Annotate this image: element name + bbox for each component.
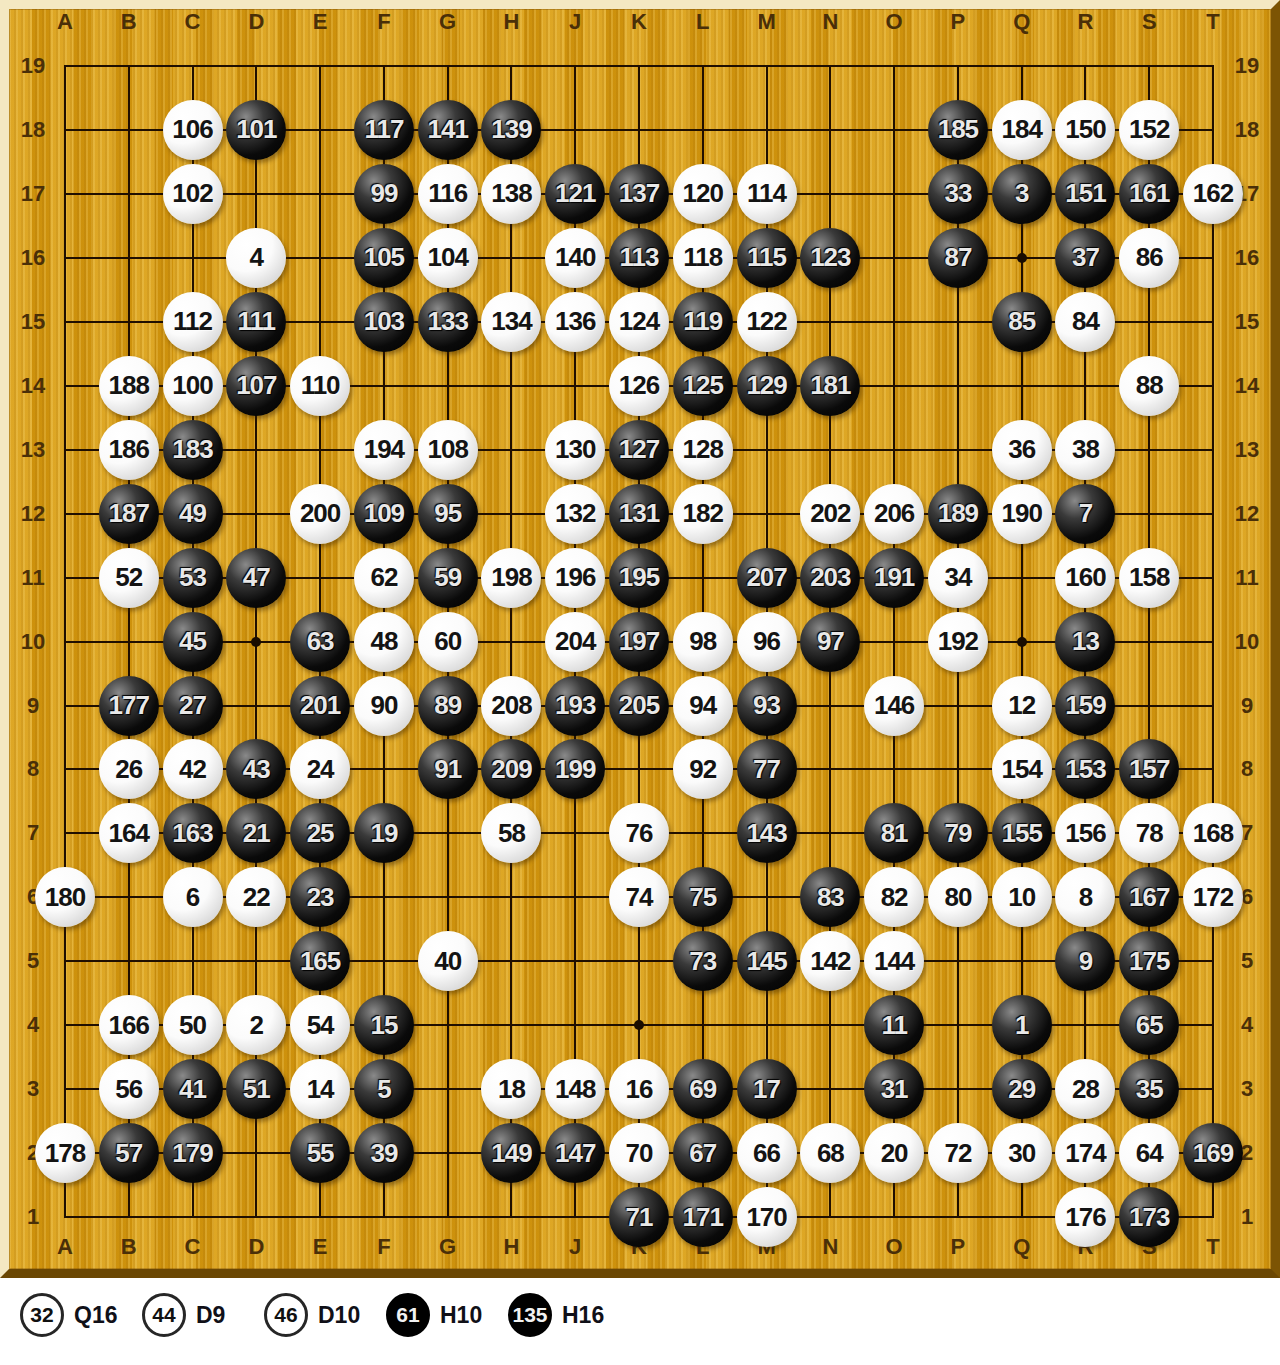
stone-J13-move-130[interactable]: 130 (545, 420, 605, 480)
stone-C11-move-53[interactable]: 53 (163, 548, 223, 608)
stone-B2-move-57[interactable]: 57 (99, 1123, 159, 1183)
stone-L16-move-118[interactable]: 118 (673, 228, 733, 288)
stone-J17-move-121[interactable]: 121 (545, 164, 605, 224)
col-label-top-F: F (377, 9, 390, 35)
stone-H3-move-18[interactable]: 18 (481, 1059, 541, 1119)
stone-N12-move-202[interactable]: 202 (800, 484, 860, 544)
stone-J2-move-147[interactable]: 147 (545, 1123, 605, 1183)
stone-K7-move-76[interactable]: 76 (609, 803, 669, 863)
stone-Q18-move-184[interactable]: 184 (992, 100, 1052, 160)
row-label-right-18: 18 (1235, 117, 1259, 143)
col-label-top-P: P (951, 9, 966, 35)
legend-point-D10: D10 (318, 1302, 360, 1329)
stone-D3-move-51[interactable]: 51 (226, 1059, 286, 1119)
stone-B11-move-52[interactable]: 52 (99, 548, 159, 608)
stone-L6-move-75[interactable]: 75 (673, 867, 733, 927)
stone-M10-move-96[interactable]: 96 (737, 612, 797, 672)
stone-J12-move-132[interactable]: 132 (545, 484, 605, 544)
stone-J9-move-193[interactable]: 193 (545, 676, 605, 736)
stone-O5-move-144[interactable]: 144 (864, 931, 924, 991)
stone-G18-move-141[interactable]: 141 (418, 100, 478, 160)
row-label-right-11: 11 (1235, 565, 1258, 591)
stone-O3-move-31[interactable]: 31 (864, 1059, 924, 1119)
legend-point-H10: H10 (440, 1302, 482, 1329)
col-label-bottom-G: G (439, 1234, 456, 1260)
stone-H7-move-58[interactable]: 58 (481, 803, 541, 863)
stone-H11-move-198[interactable]: 198 (481, 548, 541, 608)
col-label-bottom-E: E (313, 1234, 328, 1260)
stone-E4-move-54[interactable]: 54 (290, 995, 350, 1055)
stone-L1-move-171[interactable]: 171 (673, 1187, 733, 1247)
stone-K6-move-74[interactable]: 74 (609, 867, 669, 927)
stone-P16-move-87[interactable]: 87 (928, 228, 988, 288)
stone-D7-move-21[interactable]: 21 (226, 803, 286, 863)
stone-S5-move-175[interactable]: 175 (1119, 931, 1179, 991)
stone-P7-move-79[interactable]: 79 (928, 803, 988, 863)
stone-F15-move-103[interactable]: 103 (354, 292, 414, 352)
stone-B13-move-186[interactable]: 186 (99, 420, 159, 480)
stone-L3-move-69[interactable]: 69 (673, 1059, 733, 1119)
stone-O12-move-206[interactable]: 206 (864, 484, 924, 544)
stone-R11-move-160[interactable]: 160 (1055, 548, 1115, 608)
stone-J8-move-199[interactable]: 199 (545, 739, 605, 799)
row-label-right-19: 19 (1235, 53, 1259, 79)
stone-K12-move-131[interactable]: 131 (609, 484, 669, 544)
legend-point-H16: H16 (562, 1302, 604, 1329)
stone-D6-move-22[interactable]: 22 (226, 867, 286, 927)
stone-K11-move-195[interactable]: 195 (609, 548, 669, 608)
stone-D4-move-2[interactable]: 2 (226, 995, 286, 1055)
stone-C10-move-45[interactable]: 45 (163, 612, 223, 672)
stone-R10-move-13[interactable]: 13 (1055, 612, 1115, 672)
stone-H9-move-208[interactable]: 208 (481, 676, 541, 736)
col-label-bottom-N: N (822, 1234, 838, 1260)
stone-N10-move-97[interactable]: 97 (800, 612, 860, 672)
stone-G12-move-95[interactable]: 95 (418, 484, 478, 544)
stone-R3-move-28[interactable]: 28 (1055, 1059, 1115, 1119)
col-label-top-O: O (886, 9, 903, 35)
row-label-right-9: 9 (1241, 693, 1253, 719)
stone-E7-move-25[interactable]: 25 (290, 803, 350, 863)
stone-L10-move-98[interactable]: 98 (673, 612, 733, 672)
hoshi-point-Q10 (1017, 637, 1027, 647)
stone-P18-move-185[interactable]: 185 (928, 100, 988, 160)
stone-F11-move-62[interactable]: 62 (354, 548, 414, 608)
stone-M7-move-143[interactable]: 143 (737, 803, 797, 863)
stone-M1-move-170[interactable]: 170 (737, 1187, 797, 1247)
hoshi-point-K4 (634, 1020, 644, 1030)
stone-R15-move-84[interactable]: 84 (1055, 292, 1115, 352)
stone-G15-move-133[interactable]: 133 (418, 292, 478, 352)
legend-item-44: 44D9 (142, 1287, 225, 1343)
legend-stone-46: 46 (264, 1293, 308, 1337)
stone-F9-move-90[interactable]: 90 (354, 676, 414, 736)
stone-E5-move-165[interactable]: 165 (290, 931, 350, 991)
stone-O6-move-82[interactable]: 82 (864, 867, 924, 927)
legend-point-Q16: Q16 (74, 1302, 117, 1329)
stone-F13-move-194[interactable]: 194 (354, 420, 414, 480)
stone-L9-move-94[interactable]: 94 (673, 676, 733, 736)
stone-T2-move-169[interactable]: 169 (1183, 1123, 1243, 1183)
stone-C12-move-49[interactable]: 49 (163, 484, 223, 544)
col-label-bottom-C: C (185, 1234, 201, 1260)
stone-L2-move-67[interactable]: 67 (673, 1123, 733, 1183)
stone-A2-move-178[interactable]: 178 (35, 1123, 95, 1183)
col-label-top-B: B (121, 9, 137, 35)
row-label-left-18: 18 (21, 117, 45, 143)
go-board[interactable]: AABBCCDDEEFFGGHHJJKKLLMMNNOOPPQQRRSSTT19… (0, 0, 1280, 1278)
stone-N11-move-203[interactable]: 203 (800, 548, 860, 608)
stone-Q7-move-155[interactable]: 155 (992, 803, 1052, 863)
stone-O11-move-191[interactable]: 191 (864, 548, 924, 608)
row-label-left-11: 11 (21, 565, 44, 591)
stone-E6-move-23[interactable]: 23 (290, 867, 350, 927)
stone-O2-move-20[interactable]: 20 (864, 1123, 924, 1183)
stone-J3-move-148[interactable]: 148 (545, 1059, 605, 1119)
col-label-top-T: T (1206, 9, 1219, 35)
legend-stone-135: 135 (508, 1293, 552, 1337)
stone-S8-move-157[interactable]: 157 (1119, 739, 1179, 799)
stone-D11-move-47[interactable]: 47 (226, 548, 286, 608)
stone-M17-move-114[interactable]: 114 (737, 164, 797, 224)
stone-H17-move-138[interactable]: 138 (481, 164, 541, 224)
stone-C15-move-112[interactable]: 112 (163, 292, 223, 352)
stone-S14-move-88[interactable]: 88 (1119, 356, 1179, 416)
stone-R13-move-38[interactable]: 38 (1055, 420, 1115, 480)
stone-S17-move-161[interactable]: 161 (1119, 164, 1179, 224)
stone-R17-move-151[interactable]: 151 (1055, 164, 1115, 224)
stone-N5-move-142[interactable]: 142 (800, 931, 860, 991)
stone-R7-move-156[interactable]: 156 (1055, 803, 1115, 863)
stone-P6-move-80[interactable]: 80 (928, 867, 988, 927)
stone-Q8-move-154[interactable]: 154 (992, 739, 1052, 799)
stone-B12-move-187[interactable]: 187 (99, 484, 159, 544)
col-label-bottom-Q: Q (1013, 1234, 1030, 1260)
stone-B4-move-166[interactable]: 166 (99, 995, 159, 1055)
stone-S4-move-65[interactable]: 65 (1119, 995, 1179, 1055)
row-label-left-13: 13 (21, 437, 45, 463)
stone-M16-move-115[interactable]: 115 (737, 228, 797, 288)
col-label-top-J: J (569, 9, 581, 35)
legend-stone-32: 32 (20, 1293, 64, 1337)
stone-C7-move-163[interactable]: 163 (163, 803, 223, 863)
stone-O4-move-11[interactable]: 11 (864, 995, 924, 1055)
stone-C18-move-106[interactable]: 106 (163, 100, 223, 160)
stone-K9-move-205[interactable]: 205 (609, 676, 669, 736)
stone-L13-move-128[interactable]: 128 (673, 420, 733, 480)
col-label-bottom-D: D (248, 1234, 264, 1260)
stone-R8-move-153[interactable]: 153 (1055, 739, 1115, 799)
row-label-left-15: 15 (21, 309, 45, 335)
stone-G5-move-40[interactable]: 40 (418, 931, 478, 991)
row-label-right-15: 15 (1235, 309, 1259, 335)
row-label-left-16: 16 (21, 245, 45, 271)
stone-E2-move-55[interactable]: 55 (290, 1123, 350, 1183)
col-label-top-M: M (757, 9, 775, 35)
stone-J10-move-204[interactable]: 204 (545, 612, 605, 672)
stone-D8-move-43[interactable]: 43 (226, 739, 286, 799)
stone-S16-move-86[interactable]: 86 (1119, 228, 1179, 288)
stone-H8-move-209[interactable]: 209 (481, 739, 541, 799)
stone-L15-move-119[interactable]: 119 (673, 292, 733, 352)
stone-P12-move-189[interactable]: 189 (928, 484, 988, 544)
stone-F2-move-39[interactable]: 39 (354, 1123, 414, 1183)
stone-M5-move-145[interactable]: 145 (737, 931, 797, 991)
stone-K15-move-124[interactable]: 124 (609, 292, 669, 352)
stone-D16-move-4[interactable]: 4 (226, 228, 286, 288)
stone-F16-move-105[interactable]: 105 (354, 228, 414, 288)
stone-M11-move-207[interactable]: 207 (737, 548, 797, 608)
stone-J16-move-140[interactable]: 140 (545, 228, 605, 288)
row-label-right-16: 16 (1235, 245, 1259, 271)
stone-M14-move-129[interactable]: 129 (737, 356, 797, 416)
stone-K1-move-71[interactable]: 71 (609, 1187, 669, 1247)
stone-C17-move-102[interactable]: 102 (163, 164, 223, 224)
stone-S3-move-35[interactable]: 35 (1119, 1059, 1179, 1119)
row-label-left-12: 12 (21, 501, 45, 527)
stone-P17-move-33[interactable]: 33 (928, 164, 988, 224)
stone-F17-move-99[interactable]: 99 (354, 164, 414, 224)
stone-B14-move-188[interactable]: 188 (99, 356, 159, 416)
col-label-bottom-A: A (57, 1234, 73, 1260)
stone-M9-move-93[interactable]: 93 (737, 676, 797, 736)
col-label-top-E: E (313, 9, 328, 35)
stone-J11-move-196[interactable]: 196 (545, 548, 605, 608)
stone-M3-move-17[interactable]: 17 (737, 1059, 797, 1119)
legend-stone-61: 61 (386, 1293, 430, 1337)
captured-moves-legend: 32Q1644D946D1061H10135H16 (0, 1278, 1280, 1365)
stone-M15-move-122[interactable]: 122 (737, 292, 797, 352)
stone-F10-move-48[interactable]: 48 (354, 612, 414, 672)
stone-E10-move-63[interactable]: 63 (290, 612, 350, 672)
stone-F7-move-19[interactable]: 19 (354, 803, 414, 863)
stone-E9-move-201[interactable]: 201 (290, 676, 350, 736)
row-label-left-19: 19 (21, 53, 45, 79)
stone-G17-move-116[interactable]: 116 (418, 164, 478, 224)
stone-R6-move-8[interactable]: 8 (1055, 867, 1115, 927)
stone-S18-move-152[interactable]: 152 (1119, 100, 1179, 160)
stone-C6-move-6[interactable]: 6 (163, 867, 223, 927)
stone-C14-move-100[interactable]: 100 (163, 356, 223, 416)
row-label-right-4: 4 (1241, 1012, 1253, 1038)
stone-C3-move-41[interactable]: 41 (163, 1059, 223, 1119)
stone-K10-move-197[interactable]: 197 (609, 612, 669, 672)
stone-B7-move-164[interactable]: 164 (99, 803, 159, 863)
col-label-top-S: S (1142, 9, 1157, 35)
col-label-top-H: H (504, 9, 520, 35)
stone-M2-move-66[interactable]: 66 (737, 1123, 797, 1183)
col-label-bottom-T: T (1206, 1234, 1219, 1260)
stone-H18-move-139[interactable]: 139 (481, 100, 541, 160)
stone-D18-move-101[interactable]: 101 (226, 100, 286, 160)
stone-E8-move-24[interactable]: 24 (290, 739, 350, 799)
stone-S6-move-167[interactable]: 167 (1119, 867, 1179, 927)
stone-R2-move-174[interactable]: 174 (1055, 1123, 1115, 1183)
stone-F18-move-117[interactable]: 117 (354, 100, 414, 160)
stone-T7-move-168[interactable]: 168 (1183, 803, 1243, 863)
stone-D15-move-111[interactable]: 111 (226, 292, 286, 352)
grid-line-vertical-T (1212, 65, 1214, 1218)
stone-K14-move-126[interactable]: 126 (609, 356, 669, 416)
stone-C8-move-42[interactable]: 42 (163, 739, 223, 799)
stone-K2-move-70[interactable]: 70 (609, 1123, 669, 1183)
stone-T17-move-162[interactable]: 162 (1183, 164, 1243, 224)
stone-K16-move-113[interactable]: 113 (609, 228, 669, 288)
stone-Q3-move-29[interactable]: 29 (992, 1059, 1052, 1119)
stone-L17-move-120[interactable]: 120 (673, 164, 733, 224)
stone-G9-move-89[interactable]: 89 (418, 676, 478, 736)
stone-K17-move-137[interactable]: 137 (609, 164, 669, 224)
stone-C2-move-179[interactable]: 179 (163, 1123, 223, 1183)
stone-Q6-move-10[interactable]: 10 (992, 867, 1052, 927)
stone-P2-move-72[interactable]: 72 (928, 1123, 988, 1183)
stone-Q4-move-1[interactable]: 1 (992, 995, 1052, 1055)
stone-E12-move-200[interactable]: 200 (290, 484, 350, 544)
row-label-right-8: 8 (1241, 756, 1253, 782)
stone-E14-move-110[interactable]: 110 (290, 356, 350, 416)
stone-D14-move-107[interactable]: 107 (226, 356, 286, 416)
col-label-bottom-H: H (504, 1234, 520, 1260)
stone-R5-move-9[interactable]: 9 (1055, 931, 1115, 991)
stone-G16-move-104[interactable]: 104 (418, 228, 478, 288)
row-label-left-1: 1 (27, 1204, 39, 1230)
stone-B8-move-26[interactable]: 26 (99, 739, 159, 799)
stone-P10-move-192[interactable]: 192 (928, 612, 988, 672)
col-label-bottom-J: J (569, 1234, 581, 1260)
legend-item-46: 46D10 (264, 1287, 360, 1343)
stone-A6-move-180[interactable]: 180 (35, 867, 95, 927)
row-label-right-5: 5 (1241, 948, 1253, 974)
col-label-bottom-F: F (377, 1234, 390, 1260)
col-label-bottom-O: O (886, 1234, 903, 1260)
stone-C4-move-50[interactable]: 50 (163, 995, 223, 1055)
row-label-right-14: 14 (1235, 373, 1259, 399)
stone-L12-move-182[interactable]: 182 (673, 484, 733, 544)
legend-item-61: 61H10 (386, 1287, 482, 1343)
stone-R9-move-159[interactable]: 159 (1055, 676, 1115, 736)
row-label-left-3: 3 (27, 1076, 39, 1102)
stone-S11-move-158[interactable]: 158 (1119, 548, 1179, 608)
stone-Q2-move-30[interactable]: 30 (992, 1123, 1052, 1183)
row-label-left-4: 4 (27, 1012, 39, 1038)
stone-R16-move-37[interactable]: 37 (1055, 228, 1115, 288)
col-label-top-C: C (185, 9, 201, 35)
row-label-left-14: 14 (21, 373, 45, 399)
hoshi-point-Q16 (1017, 253, 1027, 263)
row-label-left-17: 17 (21, 181, 45, 207)
stone-C13-move-183[interactable]: 183 (163, 420, 223, 480)
stone-F12-move-109[interactable]: 109 (354, 484, 414, 544)
col-label-top-A: A (57, 9, 73, 35)
col-label-top-K: K (631, 9, 647, 35)
col-label-top-N: N (822, 9, 838, 35)
stone-L8-move-92[interactable]: 92 (673, 739, 733, 799)
stone-N2-move-68[interactable]: 68 (800, 1123, 860, 1183)
row-label-right-13: 13 (1235, 437, 1259, 463)
stone-Q13-move-36[interactable]: 36 (992, 420, 1052, 480)
row-label-right-1: 1 (1241, 1204, 1253, 1230)
stone-Q15-move-85[interactable]: 85 (992, 292, 1052, 352)
stone-Q9-move-12[interactable]: 12 (992, 676, 1052, 736)
stone-E3-move-14[interactable]: 14 (290, 1059, 350, 1119)
stone-J15-move-136[interactable]: 136 (545, 292, 605, 352)
row-label-left-9: 9 (27, 693, 39, 719)
col-label-bottom-B: B (121, 1234, 137, 1260)
stone-Q17-move-3[interactable]: 3 (992, 164, 1052, 224)
stone-N14-move-181[interactable]: 181 (800, 356, 860, 416)
legend-point-D9: D9 (196, 1302, 225, 1329)
legend-stone-44: 44 (142, 1293, 186, 1337)
stone-S1-move-173[interactable]: 173 (1119, 1187, 1179, 1247)
stone-S2-move-64[interactable]: 64 (1119, 1123, 1179, 1183)
stone-F3-move-5[interactable]: 5 (354, 1059, 414, 1119)
stone-F4-move-15[interactable]: 15 (354, 995, 414, 1055)
hoshi-point-D10 (251, 637, 261, 647)
stone-R1-move-176[interactable]: 176 (1055, 1187, 1115, 1247)
stone-N16-move-123[interactable]: 123 (800, 228, 860, 288)
stone-O9-move-146[interactable]: 146 (864, 676, 924, 736)
stone-L5-move-73[interactable]: 73 (673, 931, 733, 991)
stone-G8-move-91[interactable]: 91 (418, 739, 478, 799)
stone-B3-move-56[interactable]: 56 (99, 1059, 159, 1119)
stone-K13-move-127[interactable]: 127 (609, 420, 669, 480)
col-label-top-Q: Q (1013, 9, 1030, 35)
stone-L14-move-125[interactable]: 125 (673, 356, 733, 416)
stone-Q12-move-190[interactable]: 190 (992, 484, 1052, 544)
stone-G11-move-59[interactable]: 59 (418, 548, 478, 608)
row-label-right-10: 10 (1235, 629, 1259, 655)
col-label-top-R: R (1078, 9, 1094, 35)
go-game-record-page: AABBCCDDEEFFGGHHJJKKLLMMNNOOPPQQRRSSTT19… (0, 0, 1280, 1365)
row-label-right-12: 12 (1235, 501, 1259, 527)
row-label-right-3: 3 (1241, 1076, 1253, 1102)
stone-O7-move-81[interactable]: 81 (864, 803, 924, 863)
col-label-top-G: G (439, 9, 456, 35)
stone-G10-move-60[interactable]: 60 (418, 612, 478, 672)
stone-P11-move-34[interactable]: 34 (928, 548, 988, 608)
stone-R12-move-7[interactable]: 7 (1055, 484, 1115, 544)
stone-K3-move-16[interactable]: 16 (609, 1059, 669, 1119)
stone-G13-move-108[interactable]: 108 (418, 420, 478, 480)
stone-C9-move-27[interactable]: 27 (163, 676, 223, 736)
row-label-left-7: 7 (27, 820, 39, 846)
stone-N6-move-83[interactable]: 83 (800, 867, 860, 927)
stone-R18-move-150[interactable]: 150 (1055, 100, 1115, 160)
grid-line-horizontal-5 (64, 960, 1214, 962)
stone-T6-move-172[interactable]: 172 (1183, 867, 1243, 927)
legend-item-32: 32Q16 (20, 1287, 117, 1343)
row-label-left-10: 10 (21, 629, 45, 655)
stone-B9-move-177[interactable]: 177 (99, 676, 159, 736)
row-label-left-5: 5 (27, 948, 39, 974)
stone-H2-move-149[interactable]: 149 (481, 1123, 541, 1183)
legend-item-135: 135H16 (508, 1287, 604, 1343)
stone-S7-move-78[interactable]: 78 (1119, 803, 1179, 863)
stone-H15-move-134[interactable]: 134 (481, 292, 541, 352)
col-label-top-D: D (248, 9, 264, 35)
stone-M8-move-77[interactable]: 77 (737, 739, 797, 799)
col-label-top-L: L (696, 9, 709, 35)
row-label-left-8: 8 (27, 756, 39, 782)
col-label-bottom-P: P (951, 1234, 966, 1260)
